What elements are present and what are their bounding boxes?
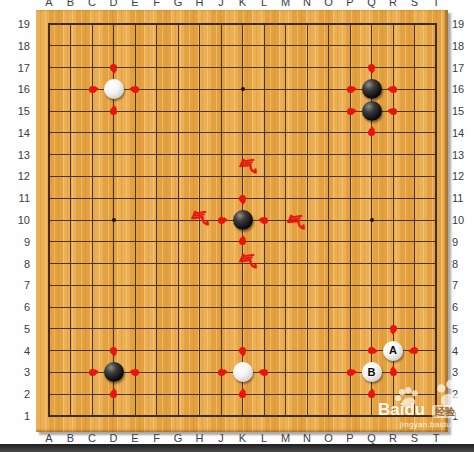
- row-label-right: 19: [452, 19, 474, 30]
- row-label-left: 19: [8, 19, 30, 30]
- black-stone: [233, 210, 253, 230]
- liberty-marker: [390, 325, 397, 332]
- liberty-marker: [239, 347, 246, 354]
- go-tutorial-screenshot: AB气气气气 AABBCCDDEEFFGGHHJJKKLLMMNNOOPPQQR…: [0, 0, 474, 452]
- column-label-top: R: [385, 0, 401, 8]
- liberty-marker: [347, 108, 354, 115]
- row-label-left: 3: [8, 367, 30, 378]
- liberty-marker: [261, 369, 268, 376]
- liberty-marker: [261, 217, 268, 224]
- column-label-bottom: B: [63, 433, 79, 444]
- column-label-bottom: P: [342, 433, 358, 444]
- row-label-left: 11: [8, 193, 30, 204]
- row-label-left: 14: [8, 128, 30, 139]
- qi-annotation: 气: [188, 209, 210, 230]
- row-label-right: 10: [452, 215, 474, 226]
- row-label-right: 18: [452, 41, 474, 52]
- column-label-top: H: [192, 0, 208, 8]
- column-label-top: N: [299, 0, 315, 8]
- row-label-right: 16: [452, 84, 474, 95]
- column-label-top: M: [278, 0, 294, 8]
- row-label-left: 2: [8, 389, 30, 400]
- white-stone: [233, 362, 253, 382]
- row-label-right: 7: [452, 280, 474, 291]
- column-label-top: J: [213, 0, 229, 8]
- liberty-marker: [390, 86, 397, 93]
- row-label-left: 13: [8, 150, 30, 161]
- column-label-bottom: G: [170, 433, 186, 444]
- star-point: [370, 218, 374, 222]
- liberty-marker: [110, 108, 117, 115]
- liberty-marker: [347, 86, 354, 93]
- column-label-top: F: [149, 0, 165, 8]
- row-label-left: 16: [8, 84, 30, 95]
- row-label-right: 15: [452, 106, 474, 117]
- star-point: [112, 218, 116, 222]
- column-label-bottom: E: [127, 433, 143, 444]
- column-label-bottom: T: [428, 433, 444, 444]
- row-label-left: 6: [8, 302, 30, 313]
- row-label-left: 8: [8, 259, 30, 270]
- row-label-left: 17: [8, 63, 30, 74]
- column-label-top: S: [407, 0, 423, 8]
- row-label-left: 15: [8, 106, 30, 117]
- column-label-bottom: D: [106, 433, 122, 444]
- liberty-marker: [218, 369, 225, 376]
- column-label-bottom: O: [321, 433, 337, 444]
- row-label-left: 10: [8, 215, 30, 226]
- row-label-right: 14: [452, 128, 474, 139]
- black-stone: [362, 101, 382, 121]
- column-label-bottom: J: [213, 433, 229, 444]
- column-label-bottom: R: [385, 433, 401, 444]
- white-stone: B: [362, 362, 382, 382]
- row-label-right: 5: [452, 324, 474, 335]
- column-label-top: A: [41, 0, 57, 8]
- liberty-marker: [218, 217, 225, 224]
- column-label-bottom: K: [235, 433, 251, 444]
- column-label-top: D: [106, 0, 122, 8]
- row-label-right: 8: [452, 259, 474, 270]
- column-label-top: C: [84, 0, 100, 8]
- white-stone: A: [383, 341, 403, 361]
- column-label-top: O: [321, 0, 337, 8]
- liberty-marker: [132, 369, 139, 376]
- row-label-left: 12: [8, 171, 30, 182]
- liberty-marker: [368, 391, 375, 398]
- stone-label: A: [389, 345, 397, 356]
- column-label-top: B: [63, 0, 79, 8]
- liberty-marker: [368, 64, 375, 71]
- row-label-left: 9: [8, 237, 30, 248]
- column-label-top: G: [170, 0, 186, 8]
- row-label-right: 3: [452, 367, 474, 378]
- row-label-right: 13: [452, 150, 474, 161]
- row-label-left: 7: [8, 280, 30, 291]
- black-stone: [362, 79, 382, 99]
- row-label-right: 6: [452, 302, 474, 313]
- go-board: AB气气气气: [36, 10, 448, 432]
- liberty-marker: [89, 86, 96, 93]
- row-label-right: 9: [452, 237, 474, 248]
- liberty-marker: [89, 369, 96, 376]
- liberty-marker: [368, 347, 375, 354]
- column-label-top: T: [428, 0, 444, 8]
- liberty-marker: [390, 108, 397, 115]
- row-label-right: 12: [452, 171, 474, 182]
- column-label-bottom: H: [192, 433, 208, 444]
- black-stone: [104, 362, 124, 382]
- row-label-right: 17: [452, 63, 474, 74]
- row-label-right: 1: [452, 411, 474, 422]
- liberty-marker: [132, 86, 139, 93]
- stone-label: B: [368, 367, 376, 378]
- row-label-right: 11: [452, 193, 474, 204]
- liberty-marker: [110, 391, 117, 398]
- column-label-top: L: [256, 0, 272, 8]
- column-label-bottom: S: [407, 433, 423, 444]
- column-label-bottom: N: [299, 433, 315, 444]
- row-label-left: 18: [8, 41, 30, 52]
- column-label-bottom: A: [41, 433, 57, 444]
- liberty-marker: [239, 195, 246, 202]
- star-point: [241, 87, 245, 91]
- white-stone: [104, 79, 124, 99]
- row-label-right: 2: [452, 389, 474, 400]
- bottom-window-edge: [0, 444, 474, 452]
- liberty-marker: [390, 369, 397, 376]
- column-label-bottom: L: [256, 433, 272, 444]
- liberty-marker: [110, 64, 117, 71]
- row-label-left: 4: [8, 346, 30, 357]
- row-label-left: 5: [8, 324, 30, 335]
- column-label-bottom: Q: [364, 433, 380, 444]
- qi-annotation: 气: [284, 213, 306, 234]
- column-label-top: Q: [364, 0, 380, 8]
- column-label-top: E: [127, 0, 143, 8]
- column-label-bottom: C: [84, 433, 100, 444]
- liberty-marker: [110, 347, 117, 354]
- column-label-top: P: [342, 0, 358, 8]
- column-label-bottom: F: [149, 433, 165, 444]
- column-label-top: K: [235, 0, 251, 8]
- row-label-left: 1: [8, 411, 30, 422]
- qi-annotation: 气: [236, 251, 258, 272]
- qi-annotation: 气: [236, 157, 258, 178]
- liberty-marker: [347, 369, 354, 376]
- row-label-right: 4: [452, 346, 474, 357]
- column-label-bottom: M: [278, 433, 294, 444]
- liberty-marker: [239, 391, 246, 398]
